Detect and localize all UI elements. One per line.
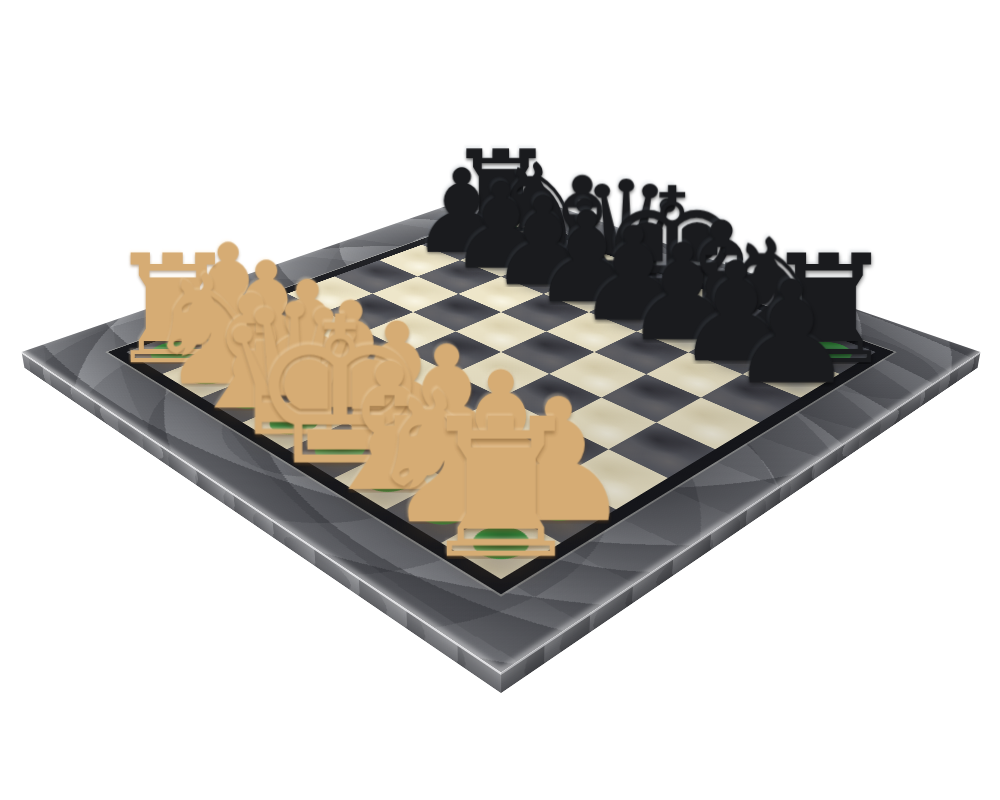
product-photo-stage: ♜♞♝♛♚♝♞♜♟♟♟♟♟♟♟♟♟♟♟♟♟♟♟♟♜♞♝♛♚♝♞♜ [0,0,1000,800]
chess-board: ♜♞♝♛♚♝♞♜♟♟♟♟♟♟♟♟♟♟♟♟♟♟♟♟♜♞♝♛♚♝♞♜ [22,187,981,672]
